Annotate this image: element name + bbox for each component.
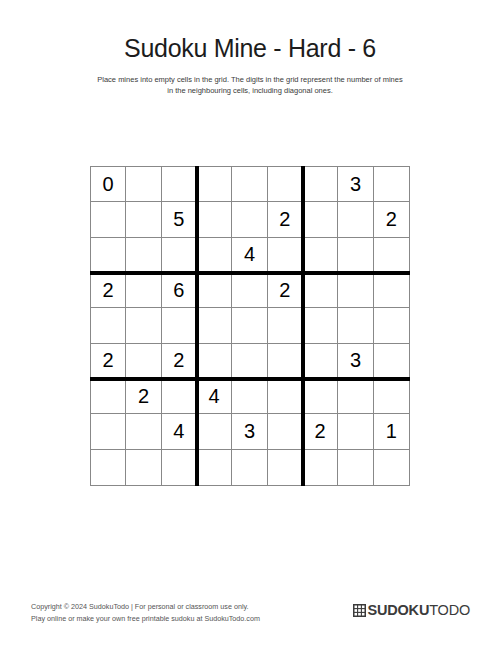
grid-cell-r9c9[interactable] (374, 450, 409, 485)
grid-cell-r1c7[interactable] (303, 167, 338, 202)
logo-text-light: TODO (429, 602, 470, 618)
grid-cell-r8c7[interactable]: 2 (303, 414, 338, 449)
grid-cell-r7c5[interactable] (232, 379, 267, 414)
box-divider-vertical-1 (195, 166, 199, 486)
grid-cell-r3c3[interactable] (162, 238, 197, 273)
grid-cell-r7c8[interactable] (338, 379, 373, 414)
grid-cell-r4c8[interactable] (338, 273, 373, 308)
grid-cell-r4c5[interactable] (232, 273, 267, 308)
grid-cell-r9c8[interactable] (338, 450, 373, 485)
grid-cell-r1c6[interactable] (268, 167, 303, 202)
grid-cell-r7c1[interactable] (91, 379, 126, 414)
grid-cell-r2c7[interactable] (303, 202, 338, 237)
grid-cell-r9c4[interactable] (197, 450, 232, 485)
logo-text: SUDOKUTODO (368, 602, 470, 618)
sudoku-mine-board: 035224262223244321 (90, 166, 410, 486)
grid-cell-r6c8[interactable]: 3 (338, 344, 373, 379)
grid-cell-r2c4[interactable] (197, 202, 232, 237)
grid-cell-r2c8[interactable] (338, 202, 373, 237)
grid-cell-r1c5[interactable] (232, 167, 267, 202)
grid-cell-r9c2[interactable] (126, 450, 161, 485)
grid-cell-r5c7[interactable] (303, 308, 338, 343)
grid-cell-r4c2[interactable] (126, 273, 161, 308)
grid-cell-r7c4[interactable]: 4 (197, 379, 232, 414)
board-grid: 035224262223244321 (91, 167, 409, 485)
grid-cell-r2c9[interactable]: 2 (374, 202, 409, 237)
grid-cell-r5c5[interactable] (232, 308, 267, 343)
grid-cell-r6c1[interactable]: 2 (91, 344, 126, 379)
grid-cell-r4c7[interactable] (303, 273, 338, 308)
copyright-line-1: Copyright © 2024 SudokuTodo | For person… (31, 601, 260, 613)
grid-cell-r3c8[interactable] (338, 238, 373, 273)
grid-cell-r5c4[interactable] (197, 308, 232, 343)
grid-cell-r9c3[interactable] (162, 450, 197, 485)
logo-text-bold: SUDOKU (368, 602, 430, 618)
grid-cell-r6c9[interactable] (374, 344, 409, 379)
copyright-line-2: Play online or make your own free printa… (31, 613, 260, 625)
grid-cell-r3c6[interactable] (268, 238, 303, 273)
grid-cell-r3c7[interactable] (303, 238, 338, 273)
grid-cell-r3c5[interactable]: 4 (232, 238, 267, 273)
grid-cell-r6c2[interactable] (126, 344, 161, 379)
grid-cell-r4c3[interactable]: 6 (162, 273, 197, 308)
grid-cell-r1c8[interactable]: 3 (338, 167, 373, 202)
grid-cell-r6c7[interactable] (303, 344, 338, 379)
grid-cell-r4c1[interactable]: 2 (91, 273, 126, 308)
grid-cell-r6c6[interactable] (268, 344, 303, 379)
grid-cell-r8c9[interactable]: 1 (374, 414, 409, 449)
grid-cell-r9c1[interactable] (91, 450, 126, 485)
copyright-text: Copyright © 2024 SudokuTodo | For person… (31, 601, 260, 624)
grid-cell-r8c6[interactable] (268, 414, 303, 449)
grid-cell-r6c4[interactable] (197, 344, 232, 379)
grid-cell-r8c8[interactable] (338, 414, 373, 449)
grid-cell-r7c3[interactable] (162, 379, 197, 414)
grid-cell-r2c3[interactable]: 5 (162, 202, 197, 237)
grid-cell-r9c7[interactable] (303, 450, 338, 485)
grid-cell-r8c2[interactable] (126, 414, 161, 449)
grid-cell-r8c5[interactable]: 3 (232, 414, 267, 449)
grid-cell-r3c1[interactable] (91, 238, 126, 273)
grid-cell-r4c4[interactable] (197, 273, 232, 308)
grid-cell-r5c2[interactable] (126, 308, 161, 343)
grid-cell-r9c5[interactable] (232, 450, 267, 485)
grid-cell-r1c9[interactable] (374, 167, 409, 202)
grid-logo-icon (353, 604, 366, 617)
grid-cell-r3c4[interactable] (197, 238, 232, 273)
page-title: Sudoku Mine - Hard - 6 (0, 34, 500, 63)
grid-cell-r8c3[interactable]: 4 (162, 414, 197, 449)
instructions-line-2: in the neighbouring cells, including dia… (0, 85, 500, 96)
grid-cell-r8c4[interactable] (197, 414, 232, 449)
grid-cell-r4c6[interactable]: 2 (268, 273, 303, 308)
grid-cell-r1c2[interactable] (126, 167, 161, 202)
page: Sudoku Mine - Hard - 6 Place mines into … (0, 0, 500, 647)
grid-cell-r2c2[interactable] (126, 202, 161, 237)
grid-cell-r5c8[interactable] (338, 308, 373, 343)
grid-cell-r5c9[interactable] (374, 308, 409, 343)
grid-cell-r3c9[interactable] (374, 238, 409, 273)
grid-cell-r7c9[interactable] (374, 379, 409, 414)
instructions-line-1: Place mines into empty cells in the grid… (0, 74, 500, 85)
grid-cell-r7c7[interactable] (303, 379, 338, 414)
box-divider-vertical-2 (301, 166, 305, 486)
grid-cell-r2c5[interactable] (232, 202, 267, 237)
grid-cell-r1c3[interactable] (162, 167, 197, 202)
grid-cell-r4c9[interactable] (374, 273, 409, 308)
grid-cell-r3c2[interactable] (126, 238, 161, 273)
grid-cell-r2c6[interactable]: 2 (268, 202, 303, 237)
grid-cell-r6c3[interactable]: 2 (162, 344, 197, 379)
instructions: Place mines into empty cells in the grid… (0, 74, 500, 96)
grid-cell-r1c4[interactable] (197, 167, 232, 202)
grid-cell-r7c6[interactable] (268, 379, 303, 414)
grid-cell-r7c2[interactable]: 2 (126, 379, 161, 414)
sudokutodo-logo: SUDOKUTODO (353, 602, 470, 618)
grid-cell-r5c1[interactable] (91, 308, 126, 343)
grid-cell-r5c6[interactable] (268, 308, 303, 343)
box-divider-horizontal-2 (90, 377, 410, 381)
box-divider-horizontal-1 (90, 271, 410, 275)
grid-cell-r8c1[interactable] (91, 414, 126, 449)
grid-cell-r1c1[interactable]: 0 (91, 167, 126, 202)
grid-cell-r6c5[interactable] (232, 344, 267, 379)
grid-cell-r2c1[interactable] (91, 202, 126, 237)
grid-cell-r5c3[interactable] (162, 308, 197, 343)
grid-cell-r9c6[interactable] (268, 450, 303, 485)
